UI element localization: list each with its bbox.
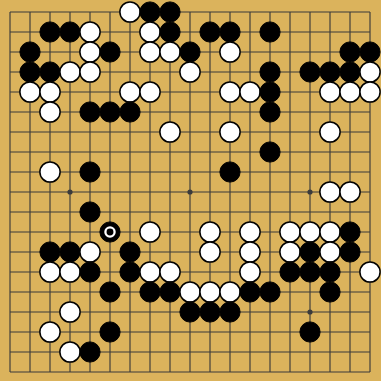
white-stone: [140, 42, 160, 62]
black-stone: [100, 322, 120, 342]
black-stone: [180, 42, 200, 62]
black-stone: [120, 242, 140, 262]
white-stone: [360, 82, 380, 102]
go-app-window: [0, 0, 381, 381]
white-stone: [40, 322, 60, 342]
black-stone: [80, 262, 100, 282]
black-stone: [40, 62, 60, 82]
black-stone: [140, 2, 160, 22]
white-stone: [360, 62, 380, 82]
white-stone: [60, 62, 80, 82]
white-stone: [180, 62, 200, 82]
white-stone: [160, 122, 180, 142]
black-stone: [220, 162, 240, 182]
white-stone: [220, 42, 240, 62]
white-stone: [180, 282, 200, 302]
white-stone: [140, 262, 160, 282]
black-stone: [200, 22, 220, 42]
black-stone: [140, 282, 160, 302]
black-stone: [340, 242, 360, 262]
white-stone: [320, 182, 340, 202]
black-stone: [80, 102, 100, 122]
black-stone: [100, 102, 120, 122]
white-stone: [220, 82, 240, 102]
white-stone: [40, 262, 60, 282]
black-stone: [240, 282, 260, 302]
white-stone: [140, 82, 160, 102]
black-stone: [320, 282, 340, 302]
black-stone: [120, 262, 140, 282]
black-stone: [100, 42, 120, 62]
white-stone: [240, 82, 260, 102]
black-stone: [80, 162, 100, 182]
black-stone: [60, 242, 80, 262]
white-stone: [40, 102, 60, 122]
black-stone: [340, 62, 360, 82]
white-stone: [80, 62, 100, 82]
go-board-canvas[interactable]: [0, 0, 381, 381]
black-stone: [80, 342, 100, 362]
black-stone: [260, 282, 280, 302]
white-stone: [200, 282, 220, 302]
black-stone: [40, 22, 60, 42]
white-stone: [60, 342, 80, 362]
white-stone: [160, 262, 180, 282]
white-stone: [80, 22, 100, 42]
black-stone: [260, 102, 280, 122]
white-stone: [80, 42, 100, 62]
white-stone: [340, 82, 360, 102]
white-stone: [140, 22, 160, 42]
black-stone: [160, 2, 180, 22]
black-stone: [200, 302, 220, 322]
black-stone: [100, 282, 120, 302]
black-stone: [180, 302, 200, 322]
white-stone: [40, 82, 60, 102]
black-stone: [260, 22, 280, 42]
black-stone: [20, 42, 40, 62]
black-stone: [80, 202, 100, 222]
black-stone: [260, 142, 280, 162]
white-stone: [40, 162, 60, 182]
white-stone: [280, 242, 300, 262]
black-stone: [300, 62, 320, 82]
white-stone: [320, 122, 340, 142]
black-stone: [160, 282, 180, 302]
black-stone: [300, 322, 320, 342]
black-stone: [100, 222, 120, 242]
black-stone: [260, 82, 280, 102]
white-stone: [300, 222, 320, 242]
white-stone: [160, 42, 180, 62]
black-stone: [360, 42, 380, 62]
black-stone: [320, 262, 340, 282]
white-stone: [120, 2, 140, 22]
black-stone: [300, 262, 320, 282]
black-stone: [280, 262, 300, 282]
white-stone: [320, 242, 340, 262]
black-stone: [260, 62, 280, 82]
black-stone: [120, 102, 140, 122]
black-stone: [220, 22, 240, 42]
white-stone: [340, 182, 360, 202]
black-stone: [340, 222, 360, 242]
white-stone: [240, 242, 260, 262]
white-stone: [360, 262, 380, 282]
white-stone: [60, 262, 80, 282]
white-stone: [200, 222, 220, 242]
white-stone: [200, 242, 220, 262]
black-stone: [320, 62, 340, 82]
black-stone: [60, 22, 80, 42]
white-stone: [140, 222, 160, 242]
white-stone: [280, 222, 300, 242]
black-stone: [20, 62, 40, 82]
white-stone: [120, 82, 140, 102]
white-stone: [20, 82, 40, 102]
white-stone: [320, 82, 340, 102]
white-stone: [60, 302, 80, 322]
white-stone: [240, 222, 260, 242]
white-stone: [80, 242, 100, 262]
white-stone: [220, 122, 240, 142]
black-stone: [340, 42, 360, 62]
black-stone: [40, 242, 60, 262]
black-stone: [300, 242, 320, 262]
black-stone: [220, 302, 240, 322]
go-board[interactable]: [0, 0, 381, 381]
white-stone: [220, 282, 240, 302]
white-stone: [240, 262, 260, 282]
white-stone: [320, 222, 340, 242]
black-stone: [160, 22, 180, 42]
